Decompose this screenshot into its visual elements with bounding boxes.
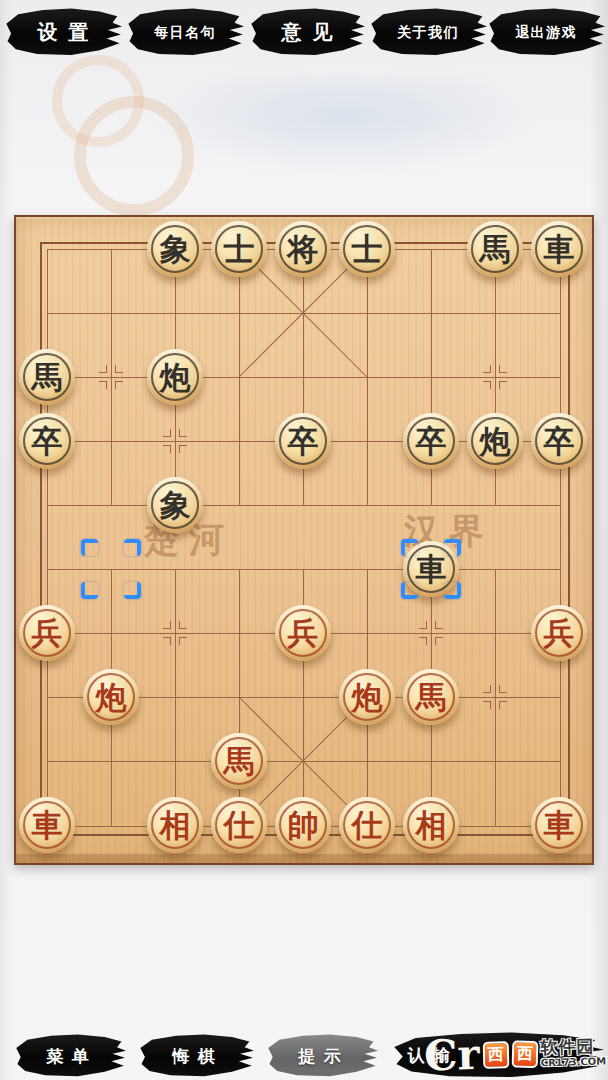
hint-button[interactable]: 提示 xyxy=(266,1034,378,1078)
decor-mist xyxy=(150,78,540,173)
position-marker xyxy=(163,429,187,453)
position-marker xyxy=(419,621,443,645)
piece-glyph: 馬 xyxy=(211,733,267,789)
game-menu-button[interactable]: 菜单 xyxy=(14,1034,126,1078)
piece-glyph: 相 xyxy=(147,797,203,853)
piece-glyph: 卒 xyxy=(19,413,75,469)
board-cell xyxy=(368,314,432,378)
piece-glyph: 仕 xyxy=(339,797,395,853)
piece-glyph: 炮 xyxy=(339,669,395,725)
piece-red-馬[interactable]: 馬 xyxy=(211,733,267,789)
piece-glyph: 炮 xyxy=(467,413,523,469)
board-cell xyxy=(304,506,368,570)
position-marker xyxy=(163,621,187,645)
piece-glyph: 象 xyxy=(147,477,203,533)
piece-glyph: 士 xyxy=(339,221,395,277)
piece-glyph: 帥 xyxy=(275,797,331,853)
piece-glyph: 馬 xyxy=(19,349,75,405)
piece-glyph: 馬 xyxy=(467,221,523,277)
resign-button[interactable]: 认输 xyxy=(390,1032,604,1079)
piece-glyph: 相 xyxy=(403,797,459,853)
undo-move-button-label: 悔棋 xyxy=(169,1045,223,1068)
piece-glyph: 仕 xyxy=(211,797,267,853)
piece-black-象[interactable]: 象 xyxy=(147,477,203,533)
app-screen: 设置 每日名句 意见 关于我们 退出游戏 楚河 汉界 象士将士馬車馬炮卒卒卒炮卒… xyxy=(0,0,608,1080)
xiangqi-board[interactable]: 楚河 汉界 象士将士馬車馬炮卒卒卒炮卒象車兵兵兵炮炮馬馬車相仕帥仕相車 xyxy=(14,215,594,865)
about-us-button[interactable]: 关于我们 xyxy=(369,8,487,57)
piece-glyph: 兵 xyxy=(531,605,587,661)
settings-button[interactable]: 设置 xyxy=(4,8,122,57)
piece-black-卒[interactable]: 卒 xyxy=(531,413,587,469)
piece-red-仕[interactable]: 仕 xyxy=(339,797,395,853)
position-marker xyxy=(99,365,123,389)
piece-glyph: 車 xyxy=(19,797,75,853)
resign-button-label: 认输 xyxy=(404,1044,458,1067)
daily-quote-button[interactable]: 每日名句 xyxy=(126,8,244,57)
piece-red-炮[interactable]: 炮 xyxy=(83,669,139,725)
exit-game-button[interactable]: 退出游戏 xyxy=(487,8,605,57)
piece-glyph: 車 xyxy=(531,221,587,277)
board-cell xyxy=(48,250,112,314)
board-cell xyxy=(240,314,304,378)
piece-glyph: 炮 xyxy=(147,349,203,405)
piece-black-炮[interactable]: 炮 xyxy=(467,413,523,469)
piece-glyph: 将 xyxy=(275,221,331,277)
piece-red-兵[interactable]: 兵 xyxy=(275,605,331,661)
hint-button-label: 提示 xyxy=(295,1045,349,1068)
piece-black-象[interactable]: 象 xyxy=(147,221,203,277)
piece-red-帥[interactable]: 帥 xyxy=(275,797,331,853)
piece-red-炮[interactable]: 炮 xyxy=(339,669,395,725)
piece-black-車[interactable]: 車 xyxy=(403,541,459,597)
piece-glyph: 卒 xyxy=(531,413,587,469)
piece-glyph: 馬 xyxy=(403,669,459,725)
piece-glyph: 卒 xyxy=(275,413,331,469)
piece-black-車[interactable]: 車 xyxy=(531,221,587,277)
exit-game-button-label: 退出游戏 xyxy=(515,24,577,42)
piece-glyph: 炮 xyxy=(83,669,139,725)
piece-glyph: 車 xyxy=(531,797,587,853)
piece-glyph: 士 xyxy=(211,221,267,277)
position-marker xyxy=(483,685,507,709)
board-cell xyxy=(240,506,304,570)
daily-quote-button-label: 每日名句 xyxy=(154,24,216,42)
feedback-button[interactable]: 意见 xyxy=(249,8,365,57)
position-marker xyxy=(483,365,507,389)
game-menu-button-label: 菜单 xyxy=(43,1045,97,1068)
piece-glyph: 兵 xyxy=(19,605,75,661)
piece-black-馬[interactable]: 馬 xyxy=(19,349,75,405)
piece-black-炮[interactable]: 炮 xyxy=(147,349,203,405)
piece-red-仕[interactable]: 仕 xyxy=(211,797,267,853)
piece-glyph: 象 xyxy=(147,221,203,277)
decor-circle xyxy=(74,96,194,216)
piece-black-士[interactable]: 士 xyxy=(211,221,267,277)
decor-circle xyxy=(52,55,144,147)
piece-red-兵[interactable]: 兵 xyxy=(531,605,587,661)
piece-glyph: 卒 xyxy=(403,413,459,469)
piece-black-卒[interactable]: 卒 xyxy=(19,413,75,469)
piece-red-兵[interactable]: 兵 xyxy=(19,605,75,661)
piece-black-将[interactable]: 将 xyxy=(275,221,331,277)
piece-red-馬[interactable]: 馬 xyxy=(403,669,459,725)
piece-glyph: 車 xyxy=(403,541,459,597)
feedback-button-label: 意见 xyxy=(271,19,344,46)
piece-red-相[interactable]: 相 xyxy=(147,797,203,853)
piece-black-卒[interactable]: 卒 xyxy=(275,413,331,469)
board-cell xyxy=(48,506,112,570)
piece-red-車[interactable]: 車 xyxy=(531,797,587,853)
piece-black-卒[interactable]: 卒 xyxy=(403,413,459,469)
undo-move-button[interactable]: 悔棋 xyxy=(138,1034,254,1078)
piece-glyph: 兵 xyxy=(275,605,331,661)
piece-red-相[interactable]: 相 xyxy=(403,797,459,853)
settings-button-label: 设置 xyxy=(27,19,100,46)
piece-red-車[interactable]: 車 xyxy=(19,797,75,853)
piece-black-馬[interactable]: 馬 xyxy=(467,221,523,277)
board-cell xyxy=(496,506,560,570)
piece-black-士[interactable]: 士 xyxy=(339,221,395,277)
about-us-button-label: 关于我们 xyxy=(397,24,459,42)
